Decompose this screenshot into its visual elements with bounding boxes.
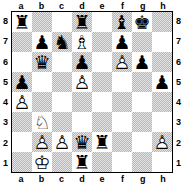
file-label-d: d [72,173,92,184]
white-king-b1: ♚♔ [32,152,52,172]
square-e5[interactable] [92,72,112,92]
rank-label-3: 3 [173,112,184,132]
square-b4[interactable] [32,92,52,112]
black-pawn-b7: ♟ [32,32,52,52]
white-knight-b3: ♞♘ [32,112,52,132]
rank-label-2: 2 [0,133,11,153]
rank-label-6: 6 [173,52,184,72]
square-b6[interactable]: ♛ [32,52,52,72]
square-e2[interactable]: ♜ [92,132,112,152]
square-c1[interactable] [52,152,72,172]
square-f4[interactable] [112,92,132,112]
file-label-b: b [31,173,51,184]
square-f6[interactable]: ♟♙ [112,52,132,72]
file-label-a: a [11,0,31,11]
square-d8[interactable]: ♜ [72,12,92,32]
square-c6[interactable] [52,52,72,72]
white-piece-outline: ♔ [32,152,52,172]
square-c5[interactable] [52,72,72,92]
square-c3[interactable] [52,112,72,132]
square-d3[interactable] [72,112,92,132]
rank-label-7: 7 [0,31,11,51]
white-piece-outline: ♙ [12,92,32,112]
board: ♜♜♝♚♟♞♝♗♟♛♟♟♙♟♟♟♙♟♟♙♞♘♟♙♟♙♛♜♟♙♚♔♜ [11,11,173,173]
square-g3[interactable] [132,112,152,132]
file-label-e: e [92,173,112,184]
square-c2[interactable]: ♟♙ [52,132,72,152]
square-e7[interactable] [92,32,112,52]
square-a8[interactable]: ♜ [12,12,32,32]
rank-label-4: 4 [0,92,11,112]
square-d2[interactable]: ♛ [72,132,92,152]
square-c4[interactable] [52,92,72,112]
black-rook-d8: ♜ [72,12,92,32]
square-h1[interactable] [152,152,172,172]
rank-label-7: 7 [173,31,184,51]
white-piece-outline: ♙ [52,132,72,152]
square-c7[interactable]: ♞ [52,32,72,52]
square-d7[interactable]: ♝♗ [72,32,92,52]
square-g4[interactable] [132,92,152,112]
square-g6[interactable]: ♟ [132,52,152,72]
file-label-f: f [112,173,132,184]
square-d5[interactable]: ♟♙ [72,72,92,92]
square-a5[interactable]: ♟ [12,72,32,92]
square-h2[interactable]: ♟♙ [152,132,172,152]
square-a1[interactable] [12,152,32,172]
rank-label-5: 5 [173,72,184,92]
square-b7[interactable]: ♟ [32,32,52,52]
black-pawn-d6: ♟ [72,52,92,72]
rank-label-5: 5 [0,72,11,92]
square-e8[interactable] [92,12,112,32]
square-h4[interactable] [152,92,172,112]
file-label-c: c [52,0,72,11]
file-labels-bottom: abcdefgh [11,173,173,184]
white-pawn-c2: ♟♙ [52,132,72,152]
square-e1[interactable] [92,152,112,172]
black-pawn-h5: ♟ [152,72,172,92]
black-bishop-f8: ♝ [112,12,132,32]
square-h3[interactable] [152,112,172,132]
square-e4[interactable] [92,92,112,112]
square-h8[interactable] [152,12,172,32]
chess-diagram: abcdefgh 87654321 ♜♜♝♚♟♞♝♗♟♛♟♟♙♟♟♟♙♟♟♙♞♘… [0,0,184,184]
square-b5[interactable] [32,72,52,92]
white-pawn-b2: ♟♙ [32,132,52,152]
file-label-c: c [52,173,72,184]
square-f8[interactable]: ♝ [112,12,132,32]
white-bishop-d7: ♝♗ [72,32,92,52]
square-b1[interactable]: ♚♔ [32,152,52,172]
square-a7[interactable] [12,32,32,52]
square-g8[interactable]: ♚ [132,12,152,32]
square-g7[interactable] [132,32,152,52]
white-piece-outline: ♙ [152,132,172,152]
file-label-b: b [31,0,51,11]
file-labels-top: abcdefgh [11,0,173,11]
file-label-d: d [72,0,92,11]
white-pawn-d5: ♟♙ [72,72,92,92]
rank-label-2: 2 [173,133,184,153]
white-pawn-h2: ♟♙ [152,132,172,152]
square-c8[interactable] [52,12,72,32]
rank-labels-left: 87654321 [0,11,11,173]
square-a3[interactable] [12,112,32,132]
square-f2[interactable] [112,132,132,152]
black-rook-a8: ♜ [12,12,32,32]
square-g5[interactable] [132,72,152,92]
black-queen-b6: ♛ [32,52,52,72]
white-piece-outline: ♙ [112,52,132,72]
rank-label-8: 8 [0,11,11,31]
square-h6[interactable] [152,52,172,72]
square-b3[interactable]: ♞♘ [32,112,52,132]
square-d6[interactable]: ♟ [72,52,92,72]
square-a4[interactable]: ♟♙ [12,92,32,112]
white-piece-outline: ♙ [32,132,52,152]
black-queen-d2: ♛ [72,132,92,152]
black-knight-c7: ♞ [52,32,72,52]
black-king-g8: ♚ [132,12,152,32]
black-rook-d1: ♜ [72,152,92,172]
black-pawn-g6: ♟ [132,52,152,72]
square-b2[interactable]: ♟♙ [32,132,52,152]
rank-labels-right: 87654321 [173,11,184,173]
file-label-e: e [92,0,112,11]
rank-label-1: 1 [173,153,184,173]
square-f3[interactable] [112,112,132,132]
file-label-g: g [133,0,153,11]
square-a6[interactable] [12,52,32,72]
black-rook-e2: ♜ [92,132,112,152]
square-h5[interactable]: ♟ [152,72,172,92]
square-h7[interactable] [152,32,172,52]
black-pawn-f7: ♟ [112,32,132,52]
rank-label-1: 1 [0,153,11,173]
rank-label-4: 4 [173,92,184,112]
white-pawn-f6: ♟♙ [112,52,132,72]
rank-label-6: 6 [0,52,11,72]
square-f5[interactable] [112,72,132,92]
rank-label-8: 8 [173,11,184,31]
white-piece-outline: ♗ [72,32,92,52]
square-g1[interactable] [132,152,152,172]
square-f1[interactable] [112,152,132,172]
square-e3[interactable] [92,112,112,132]
square-b8[interactable] [32,12,52,32]
square-e6[interactable] [92,52,112,72]
file-label-g: g [133,173,153,184]
black-pawn-a5: ♟ [12,72,32,92]
white-pawn-a4: ♟♙ [12,92,32,112]
white-piece-outline: ♘ [32,112,52,132]
square-d1[interactable]: ♜ [72,152,92,172]
square-a2[interactable] [12,132,32,152]
square-f7[interactable]: ♟ [112,32,132,52]
square-g2[interactable] [132,132,152,152]
rank-label-3: 3 [0,112,11,132]
file-label-h: h [153,0,173,11]
file-label-h: h [153,173,173,184]
white-piece-outline: ♙ [72,72,92,92]
file-label-f: f [112,0,132,11]
square-d4[interactable] [72,92,92,112]
file-label-a: a [11,173,31,184]
